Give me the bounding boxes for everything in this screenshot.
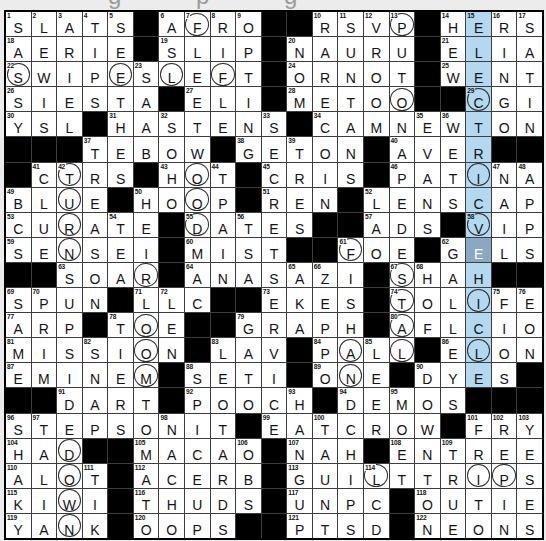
grid-cell-r13c3[interactable]: P — [57, 313, 82, 337]
grid-cell-r14c3[interactable]: S — [57, 338, 82, 362]
grid-cell-r1c1[interactable]: 1S — [6, 12, 31, 36]
grid-cell-r3c21[interactable]: T — [517, 62, 542, 86]
grid-cell-r11c18[interactable]: A — [441, 263, 466, 287]
grid-cell-r13c2[interactable]: R — [32, 313, 57, 337]
grid-cell-r12c6[interactable]: 71L — [134, 288, 159, 312]
grid-cell-r8c1[interactable]: 49B — [6, 188, 31, 212]
grid-cell-r16c15[interactable]: E — [364, 388, 389, 412]
grid-cell-r1c16[interactable]: 13P — [390, 12, 415, 36]
grid-cell-r14c6[interactable]: O — [134, 338, 159, 362]
grid-cell-r5c8[interactable]: T — [185, 112, 210, 136]
grid-cell-r21c18[interactable]: E — [441, 514, 466, 538]
grid-cell-r21c2[interactable]: A — [32, 514, 57, 538]
grid-cell-r8c16[interactable]: E — [390, 188, 415, 212]
grid-cell-r18c3[interactable]: D — [57, 439, 82, 463]
grid-cell-r10c5[interactable]: E — [108, 238, 133, 262]
grid-cell-r10c6[interactable]: I — [134, 238, 159, 262]
grid-cell-r9c4[interactable]: A — [83, 213, 108, 237]
grid-cell-r8c20[interactable]: A — [492, 188, 517, 212]
grid-cell-r21c12[interactable]: 121P — [287, 514, 312, 538]
grid-cell-r12c4[interactable]: N — [83, 288, 108, 312]
grid-cell-r17c3[interactable]: E — [57, 414, 82, 438]
grid-cell-r20c10[interactable]: S — [236, 489, 261, 513]
grid-cell-r7c7[interactable]: 43H — [159, 163, 184, 187]
grid-cell-r20c7[interactable]: H — [159, 489, 184, 513]
grid-cell-r8c15[interactable]: 52L — [364, 188, 389, 212]
grid-cell-r1c20[interactable]: 16R — [492, 12, 517, 36]
grid-cell-r6c5[interactable]: E — [108, 137, 133, 161]
grid-cell-r15c8[interactable]: 88S — [185, 363, 210, 387]
grid-cell-r19c3[interactable]: O — [57, 464, 82, 488]
grid-cell-r5c15[interactable]: M — [364, 112, 389, 136]
grid-cell-r2c9[interactable]: I — [211, 37, 236, 61]
grid-cell-r9c3[interactable]: R — [57, 213, 82, 237]
grid-cell-r15c4[interactable]: N — [83, 363, 108, 387]
grid-cell-r10c18[interactable]: 62G — [441, 238, 466, 262]
grid-cell-r2c5[interactable]: E — [108, 37, 133, 61]
grid-cell-r21c15[interactable]: D — [364, 514, 389, 538]
grid-cell-r20c14[interactable]: P — [338, 489, 363, 513]
grid-cell-r11c6[interactable]: R — [134, 263, 159, 287]
grid-cell-r13c20[interactable]: I — [492, 313, 517, 337]
grid-cell-r17c4[interactable]: P — [83, 414, 108, 438]
grid-cell-r5c21[interactable]: N — [517, 112, 542, 136]
grid-cell-r3c8[interactable]: E — [185, 62, 210, 86]
grid-cell-r17c2[interactable]: 97T — [32, 414, 57, 438]
grid-cell-r12c11[interactable]: 73E — [262, 288, 287, 312]
grid-cell-r8c17[interactable]: N — [415, 188, 440, 212]
grid-cell-r8c2[interactable]: L — [32, 188, 57, 212]
grid-cell-r8c6[interactable]: 50H — [134, 188, 159, 212]
grid-cell-r11c16[interactable]: 67S — [390, 263, 415, 287]
grid-cell-r15c17[interactable]: 90D — [415, 363, 440, 387]
grid-cell-r16c3[interactable]: 91D — [57, 388, 82, 412]
grid-cell-r15c11[interactable]: I — [262, 363, 287, 387]
grid-cell-r4c3[interactable]: E — [57, 87, 82, 111]
grid-cell-r2c3[interactable]: R — [57, 37, 82, 61]
grid-cell-r21c8[interactable]: P — [185, 514, 210, 538]
grid-cell-r1c18[interactable]: 14H — [441, 12, 466, 36]
grid-cell-r10c11[interactable]: T — [262, 238, 287, 262]
grid-cell-r20c21[interactable]: E — [517, 489, 542, 513]
grid-cell-r5c17[interactable]: 35E — [415, 112, 440, 136]
grid-cell-r17c21[interactable]: 103Y — [517, 414, 542, 438]
grid-cell-r12c7[interactable]: 72L — [159, 288, 184, 312]
grid-cell-r19c1[interactable]: 110A — [6, 464, 31, 488]
grid-cell-r16c17[interactable]: O — [415, 388, 440, 412]
grid-cell-r17c5[interactable]: S — [108, 414, 133, 438]
grid-cell-r20c20[interactable]: I — [492, 489, 517, 513]
grid-cell-r8c7[interactable]: O — [159, 188, 184, 212]
grid-cell-r17c17[interactable]: W — [415, 414, 440, 438]
grid-cell-r17c12[interactable]: A — [287, 414, 312, 438]
grid-cell-r10c10[interactable]: S — [236, 238, 261, 262]
grid-cell-r3c10[interactable]: T — [236, 62, 261, 86]
grid-cell-r13c12[interactable]: A — [287, 313, 312, 337]
grid-cell-r18c21[interactable]: E — [517, 439, 542, 463]
grid-cell-r9c6[interactable]: E — [134, 213, 159, 237]
grid-cell-r13c13[interactable]: P — [313, 313, 338, 337]
grid-cell-r2c21[interactable]: A — [517, 37, 542, 61]
grid-cell-r12c8[interactable]: C — [185, 288, 210, 312]
grid-cell-r13c11[interactable]: R — [262, 313, 287, 337]
grid-cell-r1c21[interactable]: 17S — [517, 12, 542, 36]
grid-cell-r3c5[interactable]: E — [108, 62, 133, 86]
grid-cell-r5c11[interactable]: 33S — [262, 112, 287, 136]
grid-cell-r21c13[interactable]: T — [313, 514, 338, 538]
grid-cell-r19c2[interactable]: L — [32, 464, 57, 488]
grid-cell-r12c16[interactable]: 74T — [390, 288, 415, 312]
grid-cell-r19c9[interactable]: R — [211, 464, 236, 488]
grid-cell-r11c19[interactable]: H — [466, 263, 491, 287]
grid-cell-r18c8[interactable]: C — [185, 439, 210, 463]
grid-cell-r5c7[interactable]: 32S — [159, 112, 184, 136]
grid-cell-r15c14[interactable]: N — [338, 363, 363, 387]
grid-cell-r20c3[interactable]: W — [57, 489, 82, 513]
grid-cell-r1c7[interactable]: 6A — [159, 12, 184, 36]
grid-cell-r5c10[interactable]: N — [236, 112, 261, 136]
grid-cell-r10c16[interactable]: E — [390, 238, 415, 262]
grid-cell-r16c12[interactable]: 93H — [287, 388, 312, 412]
grid-cell-r3c14[interactable]: N — [338, 62, 363, 86]
grid-cell-r15c15[interactable]: E — [364, 363, 389, 387]
grid-cell-r14c16[interactable]: L — [390, 338, 415, 362]
grid-cell-r20c2[interactable]: I — [32, 489, 57, 513]
grid-cell-r21c9[interactable]: S — [211, 514, 236, 538]
grid-cell-r7c13[interactable]: I — [313, 163, 338, 187]
grid-cell-r5c5[interactable]: 31H — [108, 112, 133, 136]
grid-cell-r13c5[interactable]: 78T — [108, 313, 133, 337]
grid-cell-r13c19[interactable]: C — [466, 313, 491, 337]
grid-cell-r18c6[interactable]: 105M — [134, 439, 159, 463]
grid-cell-r15c2[interactable]: M — [32, 363, 57, 387]
grid-cell-r20c9[interactable]: D — [211, 489, 236, 513]
grid-cell-r11c4[interactable]: O — [83, 263, 108, 287]
grid-cell-r7c8[interactable]: O — [185, 163, 210, 187]
grid-cell-r1c2[interactable]: 2L — [32, 12, 57, 36]
grid-cell-r14c4[interactable]: 82S — [83, 338, 108, 362]
grid-cell-r19c4[interactable]: 111T — [83, 464, 108, 488]
grid-cell-r21c17[interactable]: 122N — [415, 514, 440, 538]
grid-cell-r11c14[interactable]: I — [338, 263, 363, 287]
grid-cell-r16c8[interactable]: 92P — [185, 388, 210, 412]
grid-cell-r2c16[interactable]: U — [390, 37, 415, 61]
grid-cell-r19c8[interactable]: E — [185, 464, 210, 488]
grid-cell-r4c21[interactable]: I — [517, 87, 542, 111]
grid-cell-r9c5[interactable]: 54T — [108, 213, 133, 237]
grid-cell-r13c14[interactable]: H — [338, 313, 363, 337]
grid-cell-r6c7[interactable]: O — [159, 137, 184, 161]
grid-cell-r5c3[interactable]: L — [57, 112, 82, 136]
grid-cell-r4c15[interactable]: O — [364, 87, 389, 111]
grid-cell-r9c9[interactable]: A — [211, 213, 236, 237]
grid-cell-r3c13[interactable]: R — [313, 62, 338, 86]
grid-cell-r9c20[interactable]: I — [492, 213, 517, 237]
grid-cell-r10c8[interactable]: 60M — [185, 238, 210, 262]
grid-cell-r15c6[interactable]: M — [134, 363, 159, 387]
grid-cell-r3c6[interactable]: 23S — [134, 62, 159, 86]
grid-cell-r12c21[interactable]: 76E — [517, 288, 542, 312]
grid-cell-r16c10[interactable]: O — [236, 388, 261, 412]
grid-cell-r14c14[interactable]: A — [338, 338, 363, 362]
grid-cell-r8c11[interactable]: 51R — [262, 188, 287, 212]
grid-cell-r4c9[interactable]: L — [211, 87, 236, 111]
grid-cell-r3c18[interactable]: 25W — [441, 62, 466, 86]
grid-cell-r12c14[interactable]: S — [338, 288, 363, 312]
grid-cell-r4c20[interactable]: G — [492, 87, 517, 111]
grid-cell-r14c5[interactable]: I — [108, 338, 133, 362]
grid-cell-r13c10[interactable]: 79G — [236, 313, 261, 337]
grid-cell-r10c1[interactable]: 59S — [6, 238, 31, 262]
grid-cell-r16c6[interactable]: T — [134, 388, 159, 412]
grid-cell-r8c21[interactable]: P — [517, 188, 542, 212]
grid-cell-r9c10[interactable]: 56T — [236, 213, 261, 237]
grid-cell-r18c18[interactable]: 109T — [441, 439, 466, 463]
grid-cell-r12c1[interactable]: 69S — [6, 288, 31, 312]
grid-cell-r10c9[interactable]: I — [211, 238, 236, 262]
grid-cell-r18c16[interactable]: 108E — [390, 439, 415, 463]
grid-cell-r13c17[interactable]: F — [415, 313, 440, 337]
grid-cell-r4c6[interactable]: A — [134, 87, 159, 111]
grid-cell-r4c10[interactable]: I — [236, 87, 261, 111]
grid-cell-r6c18[interactable]: E — [441, 137, 466, 161]
grid-cell-r13c21[interactable]: O — [517, 313, 542, 337]
grid-cell-r14c13[interactable]: 84P — [313, 338, 338, 362]
grid-cell-r8c13[interactable]: N — [313, 188, 338, 212]
grid-cell-r9c1[interactable]: 53C — [6, 213, 31, 237]
grid-cell-r20c1[interactable]: 115K — [6, 489, 31, 513]
grid-cell-r20c8[interactable]: U — [185, 489, 210, 513]
grid-cell-r16c16[interactable]: 95M — [390, 388, 415, 412]
grid-cell-r3c9[interactable]: F — [211, 62, 236, 86]
grid-cell-r1c3[interactable]: 3A — [57, 12, 82, 36]
grid-cell-r6c13[interactable]: O — [313, 137, 338, 161]
grid-cell-r9c12[interactable]: S — [287, 213, 312, 237]
grid-cell-r2c19[interactable]: L — [466, 37, 491, 61]
grid-cell-r14c10[interactable]: A — [236, 338, 261, 362]
grid-cell-r15c3[interactable]: I — [57, 363, 82, 387]
grid-cell-r7c21[interactable]: 48A — [517, 163, 542, 187]
grid-cell-r20c12[interactable]: 117U — [287, 489, 312, 513]
grid-cell-r19c7[interactable]: C — [159, 464, 184, 488]
grid-cell-r20c4[interactable]: I — [83, 489, 108, 513]
grid-cell-r10c2[interactable]: E — [32, 238, 57, 262]
grid-cell-r6c4[interactable]: 37T — [83, 137, 108, 161]
grid-cell-r8c9[interactable]: P — [211, 188, 236, 212]
grid-cell-r7c9[interactable]: 44T — [211, 163, 236, 187]
grid-cell-r20c15[interactable]: C — [364, 489, 389, 513]
grid-cell-r12c17[interactable]: O — [415, 288, 440, 312]
grid-cell-r18c13[interactable]: A — [313, 439, 338, 463]
grid-cell-r6c6[interactable]: B — [134, 137, 159, 161]
grid-cell-r3c3[interactable]: I — [57, 62, 82, 86]
grid-cell-r8c8[interactable]: O — [185, 188, 210, 212]
grid-cell-r14c15[interactable]: 85L — [364, 338, 389, 362]
grid-cell-r8c19[interactable]: C — [466, 188, 491, 212]
grid-cell-r5c6[interactable]: A — [134, 112, 159, 136]
grid-cell-r9c11[interactable]: E — [262, 213, 287, 237]
grid-cell-r11c9[interactable]: N — [211, 263, 236, 287]
grid-cell-r5c16[interactable]: N — [390, 112, 415, 136]
grid-cell-r12c20[interactable]: 75F — [492, 288, 517, 312]
grid-cell-r1c10[interactable]: 9O — [236, 12, 261, 36]
grid-cell-r2c7[interactable]: 19S — [159, 37, 184, 61]
grid-cell-r11c3[interactable]: 63S — [57, 263, 82, 287]
grid-cell-r13c7[interactable]: E — [159, 313, 184, 337]
grid-cell-r8c3[interactable]: U — [57, 188, 82, 212]
grid-cell-r4c13[interactable]: E — [313, 87, 338, 111]
grid-cell-r4c14[interactable]: T — [338, 87, 363, 111]
grid-cell-r20c13[interactable]: N — [313, 489, 338, 513]
grid-cell-r6c17[interactable]: V — [415, 137, 440, 161]
grid-cell-r14c7[interactable]: N — [159, 338, 184, 362]
grid-cell-r2c1[interactable]: 18A — [6, 37, 31, 61]
grid-cell-r20c19[interactable]: T — [466, 489, 491, 513]
grid-cell-r12c18[interactable]: L — [441, 288, 466, 312]
grid-cell-r18c19[interactable]: R — [466, 439, 491, 463]
grid-cell-r9c21[interactable]: P — [517, 213, 542, 237]
grid-cell-r3c19[interactable]: E — [466, 62, 491, 86]
grid-cell-r4c1[interactable]: 26S — [6, 87, 31, 111]
grid-cell-r3c16[interactable]: T — [390, 62, 415, 86]
grid-cell-r18c14[interactable]: H — [338, 439, 363, 463]
grid-cell-r19c18[interactable]: R — [441, 464, 466, 488]
grid-cell-r17c20[interactable]: 102R — [492, 414, 517, 438]
grid-cell-r5c9[interactable]: E — [211, 112, 236, 136]
grid-cell-r9c16[interactable]: D — [390, 213, 415, 237]
grid-cell-r19c21[interactable]: S — [517, 464, 542, 488]
grid-cell-r13c16[interactable]: 80A — [390, 313, 415, 337]
grid-cell-r19c15[interactable]: 114L — [364, 464, 389, 488]
grid-cell-r17c15[interactable]: R — [364, 414, 389, 438]
grid-cell-r11c17[interactable]: 68H — [415, 263, 440, 287]
grid-cell-r6c14[interactable]: N — [338, 137, 363, 161]
grid-cell-r15c19[interactable]: E — [466, 363, 491, 387]
grid-cell-r15c9[interactable]: E — [211, 363, 236, 387]
grid-cell-r21c1[interactable]: 119Y — [6, 514, 31, 538]
grid-cell-r7c14[interactable]: S — [338, 163, 363, 187]
grid-cell-r18c9[interactable]: A — [211, 439, 236, 463]
grid-cell-r19c6[interactable]: 112A — [134, 464, 159, 488]
grid-cell-r8c12[interactable]: E — [287, 188, 312, 212]
grid-cell-r14c9[interactable]: 83L — [211, 338, 236, 362]
grid-cell-r12c13[interactable]: E — [313, 288, 338, 312]
grid-cell-r11c5[interactable]: A — [108, 263, 133, 287]
grid-cell-r7c18[interactable]: T — [441, 163, 466, 187]
grid-cell-r17c14[interactable]: C — [338, 414, 363, 438]
grid-cell-r2c13[interactable]: A — [313, 37, 338, 61]
grid-cell-r19c10[interactable]: B — [236, 464, 261, 488]
grid-cell-r14c11[interactable]: V — [262, 338, 287, 362]
grid-cell-r11c11[interactable]: S — [262, 263, 287, 287]
grid-cell-r4c8[interactable]: 27E — [185, 87, 210, 111]
grid-cell-r2c15[interactable]: R — [364, 37, 389, 61]
grid-cell-r1c14[interactable]: 11S — [338, 12, 363, 36]
grid-cell-r16c14[interactable]: 94D — [338, 388, 363, 412]
grid-cell-r21c21[interactable]: S — [517, 514, 542, 538]
grid-cell-r20c6[interactable]: 116T — [134, 489, 159, 513]
grid-cell-r2c20[interactable]: I — [492, 37, 517, 61]
grid-cell-r10c20[interactable]: L — [492, 238, 517, 262]
grid-cell-r5c2[interactable]: S — [32, 112, 57, 136]
grid-cell-r17c13[interactable]: 100T — [313, 414, 338, 438]
grid-cell-r4c4[interactable]: S — [83, 87, 108, 111]
grid-cell-r1c8[interactable]: 7F — [185, 12, 210, 36]
grid-cell-r6c16[interactable]: 40A — [390, 137, 415, 161]
grid-cell-r17c8[interactable]: I — [185, 414, 210, 438]
grid-cell-r4c2[interactable]: I — [32, 87, 57, 111]
grid-cell-r4c5[interactable]: T — [108, 87, 133, 111]
grid-cell-r19c19[interactable]: I — [466, 464, 491, 488]
grid-cell-r20c17[interactable]: 118O — [415, 489, 440, 513]
grid-cell-r10c21[interactable]: S — [517, 238, 542, 262]
grid-cell-r7c11[interactable]: 45C — [262, 163, 287, 187]
grid-cell-r12c2[interactable]: 70P — [32, 288, 57, 312]
grid-cell-r16c11[interactable]: C — [262, 388, 287, 412]
grid-cell-r11c12[interactable]: 65A — [287, 263, 312, 287]
grid-cell-r9c17[interactable]: S — [415, 213, 440, 237]
grid-cell-r11c10[interactable]: A — [236, 263, 261, 287]
grid-cell-r1c15[interactable]: 12V — [364, 12, 389, 36]
grid-cell-r17c19[interactable]: 101F — [466, 414, 491, 438]
grid-cell-r16c9[interactable]: O — [211, 388, 236, 412]
grid-cell-r1c13[interactable]: 10R — [313, 12, 338, 36]
grid-cell-r15c13[interactable]: 89O — [313, 363, 338, 387]
grid-cell-r7c12[interactable]: R — [287, 163, 312, 187]
grid-cell-r6c11[interactable]: E — [262, 137, 287, 161]
grid-cell-r7c20[interactable]: 47N — [492, 163, 517, 187]
grid-cell-r14c21[interactable]: N — [517, 338, 542, 362]
grid-cell-r9c8[interactable]: 55D — [185, 213, 210, 237]
grid-cell-r13c6[interactable]: O — [134, 313, 159, 337]
grid-cell-r3c1[interactable]: 22S — [6, 62, 31, 86]
grid-cell-r2c8[interactable]: L — [185, 37, 210, 61]
grid-cell-r15c18[interactable]: Y — [441, 363, 466, 387]
grid-cell-r10c19[interactable]: E — [466, 238, 491, 262]
grid-cell-r17c6[interactable]: O — [134, 414, 159, 438]
grid-cell-r9c15[interactable]: 57A — [364, 213, 389, 237]
grid-cell-r5c19[interactable]: T — [466, 112, 491, 136]
grid-cell-r12c12[interactable]: K — [287, 288, 312, 312]
grid-cell-r1c19[interactable]: 15E — [466, 12, 491, 36]
grid-cell-r21c4[interactable]: K — [83, 514, 108, 538]
grid-cell-r6c12[interactable]: 39T — [287, 137, 312, 161]
grid-cell-r3c7[interactable]: L — [159, 62, 184, 86]
grid-cell-r5c1[interactable]: 30Y — [6, 112, 31, 136]
grid-cell-r20c18[interactable]: U — [441, 489, 466, 513]
grid-cell-r11c8[interactable]: 64A — [185, 263, 210, 287]
grid-cell-r14c18[interactable]: 86E — [441, 338, 466, 362]
grid-cell-r21c6[interactable]: 120O — [134, 514, 159, 538]
grid-cell-r18c2[interactable]: A — [32, 439, 57, 463]
grid-cell-r21c7[interactable]: O — [159, 514, 184, 538]
grid-cell-r1c5[interactable]: 5S — [108, 12, 133, 36]
grid-cell-r12c3[interactable]: U — [57, 288, 82, 312]
grid-cell-r6c8[interactable]: W — [185, 137, 210, 161]
grid-cell-r9c19[interactable]: 58V — [466, 213, 491, 237]
grid-cell-r19c14[interactable]: I — [338, 464, 363, 488]
grid-cell-r10c4[interactable]: S — [83, 238, 108, 262]
grid-cell-r7c2[interactable]: 41C — [32, 163, 57, 187]
grid-cell-r17c7[interactable]: 98N — [159, 414, 184, 438]
grid-cell-r9c2[interactable]: U — [32, 213, 57, 237]
grid-cell-r6c19[interactable]: R — [466, 137, 491, 161]
grid-cell-r21c20[interactable]: N — [492, 514, 517, 538]
grid-cell-r4c19[interactable]: 29C — [466, 87, 491, 111]
grid-cell-r5c20[interactable]: O — [492, 112, 517, 136]
grid-cell-r7c4[interactable]: R — [83, 163, 108, 187]
grid-cell-r16c5[interactable]: R — [108, 388, 133, 412]
